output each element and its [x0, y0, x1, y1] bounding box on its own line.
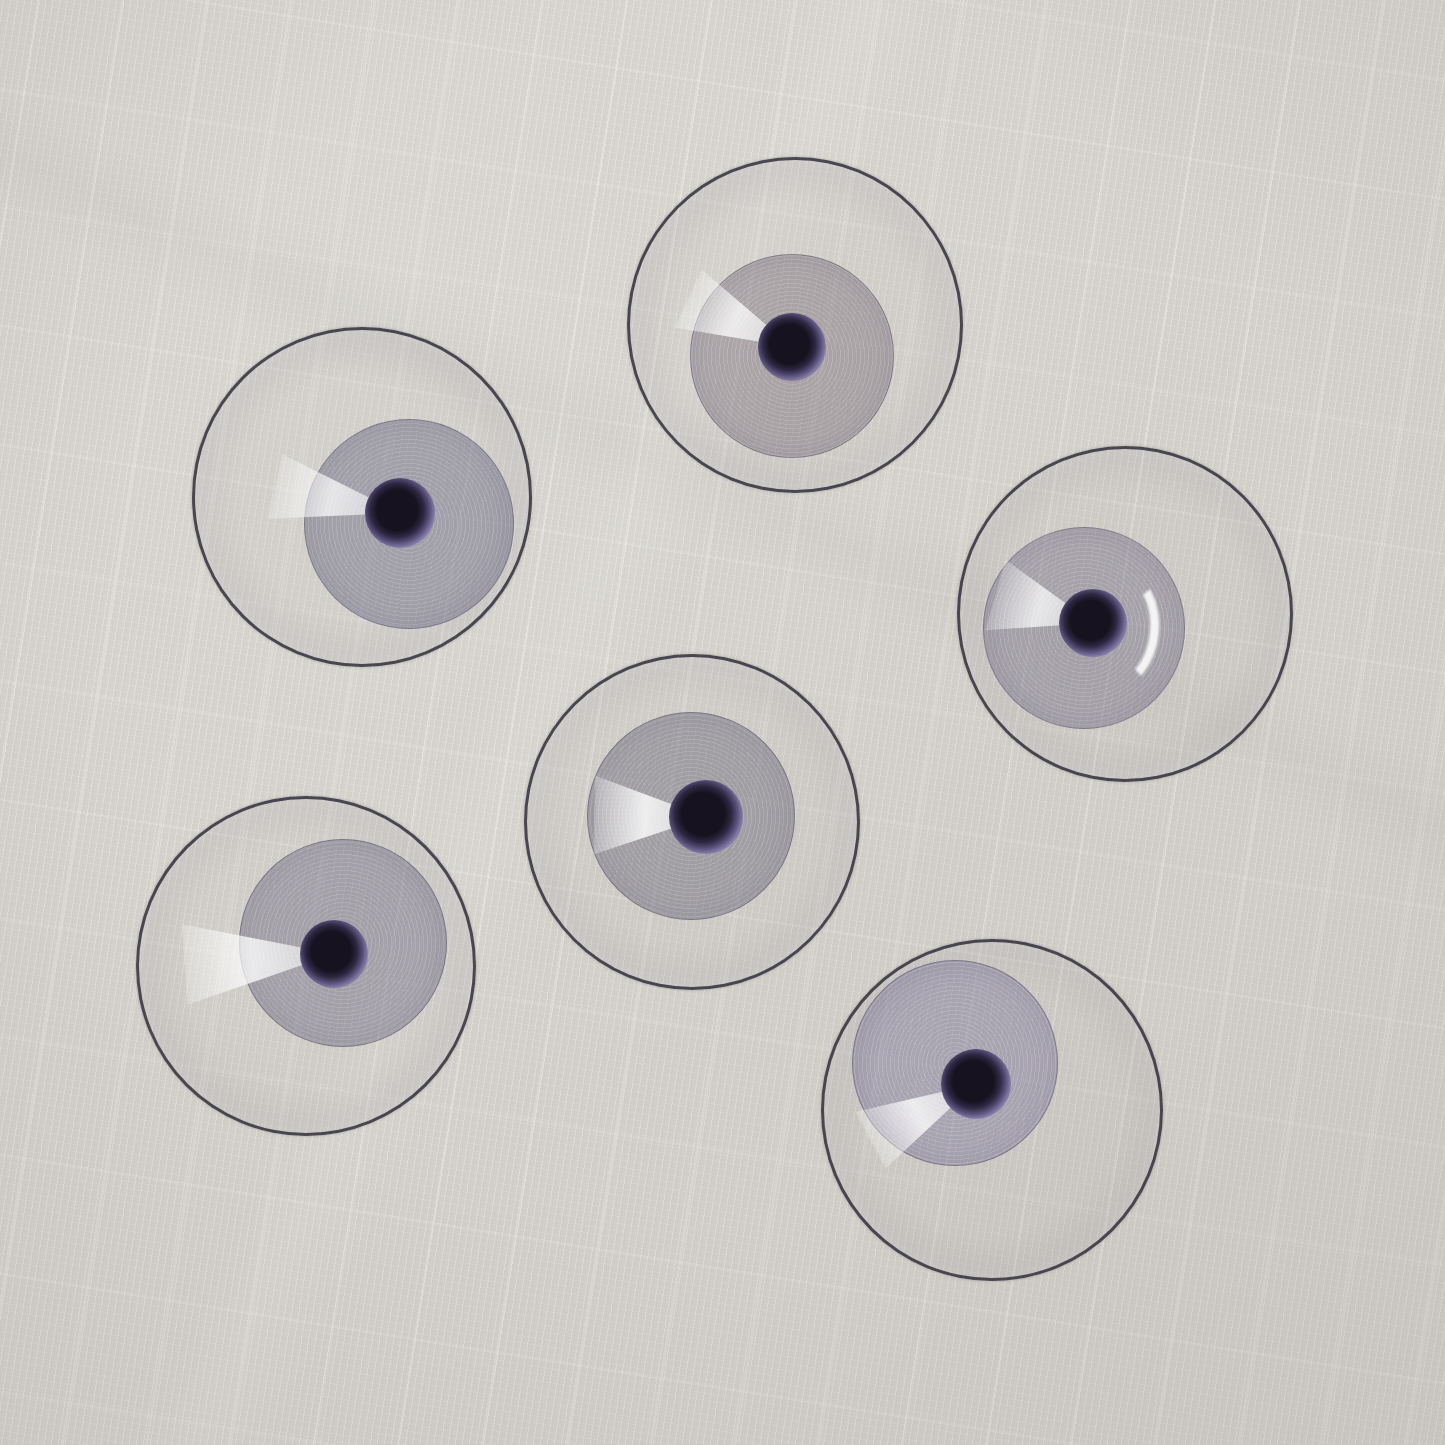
glass-stem [758, 313, 826, 381]
wine-glass-bottom-right [821, 939, 1163, 1281]
wine-glass-lower-left [136, 796, 476, 1136]
wine-glass-upper-left [192, 327, 532, 667]
photo-canvas [0, 0, 1445, 1445]
glass-stem [1059, 589, 1127, 657]
glass-stem [941, 1049, 1011, 1119]
glass-stem [365, 478, 435, 548]
glass-stem [669, 780, 743, 854]
wine-glass-center [524, 654, 860, 990]
wine-glass-top [627, 157, 963, 493]
glass-stem [300, 920, 368, 988]
wine-glass-right [957, 446, 1293, 782]
